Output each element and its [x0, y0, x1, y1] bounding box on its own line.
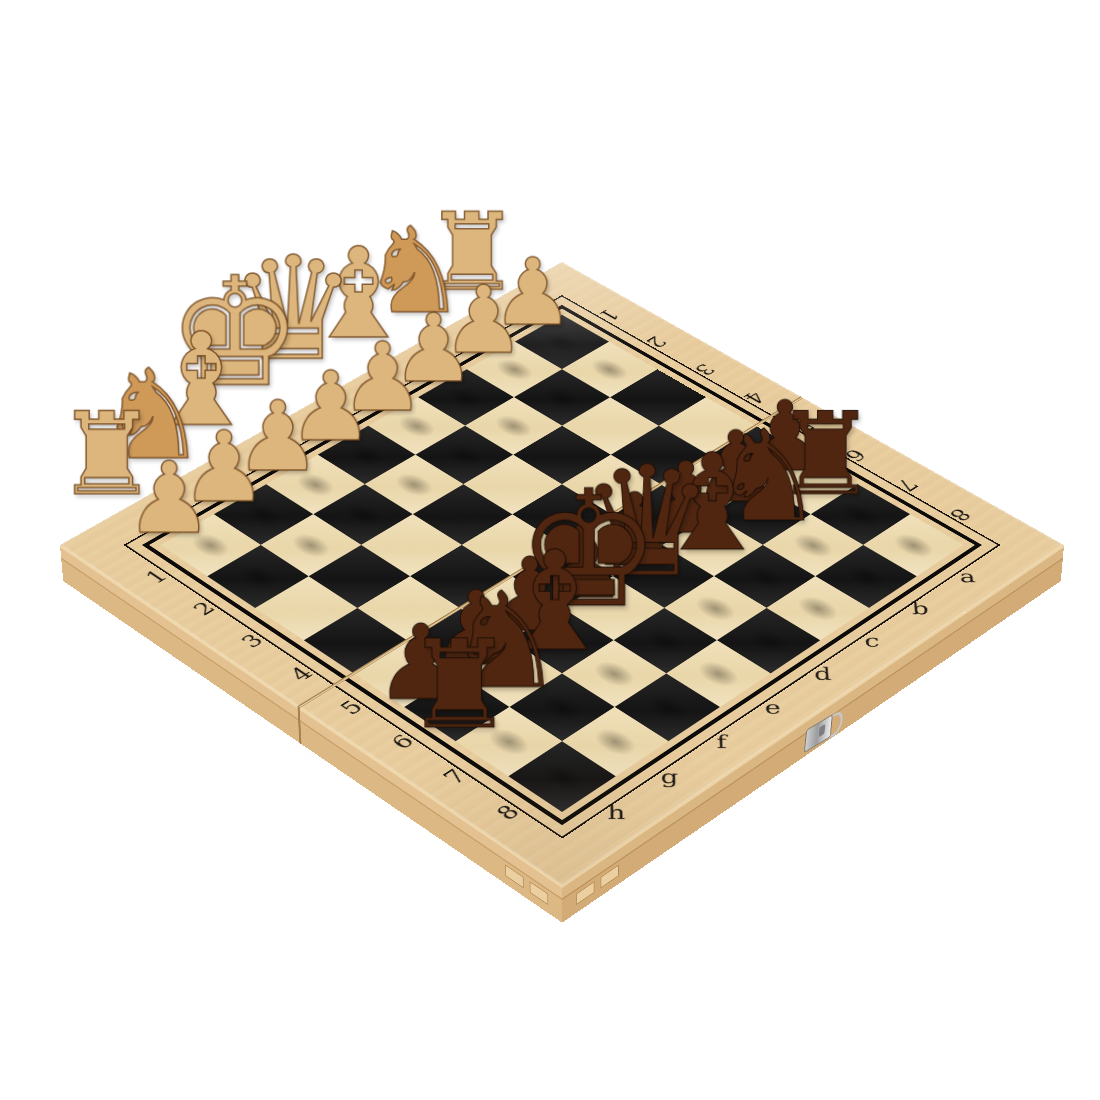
finger-joint-notch [576, 881, 594, 905]
finger-joint-notch [601, 865, 619, 889]
board-top-face: ♜♟♟♜♞♟♟♞♝♟♟♝♛♟♟♛♚♟♟♚♝♟♟♝♞♟♟♞♜♟♟♜ 1234567… [60, 262, 1064, 886]
piece-dark-rook-h8: ♜ [404, 623, 514, 746]
finger-joint-notch [505, 865, 523, 889]
fold-seam-side [298, 706, 302, 744]
chess-board: ♜♟♟♜♞♟♟♞♝♟♟♝♛♟♟♛♚♟♟♚♝♟♟♝♞♟♟♞♜♟♟♜ 1234567… [60, 262, 1064, 886]
product-photo-canvas: ♜♟♟♜♞♟♟♞♝♟♟♝♛♟♟♛♚♟♟♚♝♟♟♝♞♟♟♞♜♟♟♜ 1234567… [0, 0, 1100, 1100]
piece-light-pawn-h2: ♟ [125, 448, 214, 547]
scene: ♜♟♟♜♞♟♟♞♝♟♟♝♛♟♟♛♚♟♟♚♝♟♟♝♞♟♟♞♜♟♟♜ 1234567… [0, 0, 1100, 1100]
finger-joint-notch [530, 881, 548, 905]
